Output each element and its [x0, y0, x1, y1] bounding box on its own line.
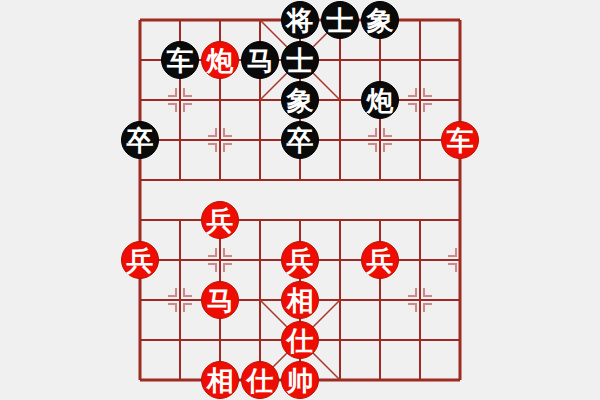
point-c0-r4[interactable] — [120, 160, 160, 200]
point-c2-r7[interactable]: 马 — [200, 280, 240, 320]
point-c8-r4[interactable] — [440, 160, 480, 200]
black-general[interactable]: 将 — [281, 1, 319, 39]
black-advisor[interactable]: 士 — [321, 1, 359, 39]
point-c7-r0[interactable] — [400, 0, 440, 40]
point-c8-r2[interactable] — [440, 80, 480, 120]
point-c1-r8[interactable] — [160, 320, 200, 360]
point-c3-r1[interactable]: 马 — [240, 40, 280, 80]
point-c5-r5[interactable] — [320, 200, 360, 240]
point-c7-r8[interactable] — [400, 320, 440, 360]
red-elephant[interactable]: 相 — [201, 361, 239, 399]
point-c6-r3[interactable] — [360, 120, 400, 160]
point-c4-r9[interactable]: 帅 — [280, 360, 320, 400]
black-cannon[interactable]: 炮 — [361, 81, 399, 119]
point-c5-r4[interactable] — [320, 160, 360, 200]
point-c7-r6[interactable] — [400, 240, 440, 280]
black-elephant[interactable]: 象 — [281, 81, 319, 119]
point-c1-r6[interactable] — [160, 240, 200, 280]
black-elephant[interactable]: 象 — [361, 1, 399, 39]
point-c6-r1[interactable] — [360, 40, 400, 80]
point-c8-r5[interactable] — [440, 200, 480, 240]
point-c4-r0[interactable]: 将 — [280, 0, 320, 40]
point-c5-r8[interactable] — [320, 320, 360, 360]
red-elephant[interactable]: 相 — [281, 281, 319, 319]
point-c8-r0[interactable] — [440, 0, 480, 40]
point-c4-r2[interactable]: 象 — [280, 80, 320, 120]
point-c1-r0[interactable] — [160, 0, 200, 40]
point-c8-r9[interactable] — [440, 360, 480, 400]
point-c4-r8[interactable]: 仕 — [280, 320, 320, 360]
point-c7-r9[interactable] — [400, 360, 440, 400]
point-c7-r4[interactable] — [400, 160, 440, 200]
point-c2-r3[interactable] — [200, 120, 240, 160]
point-c0-r7[interactable] — [120, 280, 160, 320]
point-c0-r1[interactable] — [120, 40, 160, 80]
red-cannon[interactable]: 炮 — [201, 41, 239, 79]
point-c0-r8[interactable] — [120, 320, 160, 360]
point-c8-r3[interactable]: 车 — [440, 120, 480, 160]
red-soldier[interactable]: 兵 — [121, 241, 159, 279]
point-c0-r2[interactable] — [120, 80, 160, 120]
point-c1-r4[interactable] — [160, 160, 200, 200]
red-advisor[interactable]: 仕 — [281, 321, 319, 359]
point-c3-r6[interactable] — [240, 240, 280, 280]
black-horse[interactable]: 马 — [241, 41, 279, 79]
red-soldier[interactable]: 兵 — [201, 201, 239, 239]
point-c5-r3[interactable] — [320, 120, 360, 160]
point-c6-r9[interactable] — [360, 360, 400, 400]
point-c1-r9[interactable] — [160, 360, 200, 400]
point-c8-r1[interactable] — [440, 40, 480, 80]
point-c2-r5[interactable]: 兵 — [200, 200, 240, 240]
point-c3-r2[interactable] — [240, 80, 280, 120]
red-soldier[interactable]: 兵 — [281, 241, 319, 279]
red-chariot[interactable]: 车 — [441, 121, 479, 159]
point-c8-r7[interactable] — [440, 280, 480, 320]
point-c5-r9[interactable] — [320, 360, 360, 400]
point-c2-r4[interactable] — [200, 160, 240, 200]
point-c7-r1[interactable] — [400, 40, 440, 80]
xiangqi-app: 将士象车炮马士象炮卒卒车兵兵兵兵马相仕相仕帅 — [0, 0, 600, 400]
point-c3-r8[interactable] — [240, 320, 280, 360]
point-c1-r1[interactable]: 车 — [160, 40, 200, 80]
point-c0-r0[interactable] — [120, 0, 160, 40]
point-c8-r8[interactable] — [440, 320, 480, 360]
point-c4-r5[interactable] — [280, 200, 320, 240]
point-c3-r3[interactable] — [240, 120, 280, 160]
point-c2-r8[interactable] — [200, 320, 240, 360]
point-c6-r2[interactable]: 炮 — [360, 80, 400, 120]
point-c5-r6[interactable] — [320, 240, 360, 280]
red-soldier[interactable]: 兵 — [361, 241, 399, 279]
point-c1-r5[interactable] — [160, 200, 200, 240]
point-c5-r0[interactable]: 士 — [320, 0, 360, 40]
point-c1-r7[interactable] — [160, 280, 200, 320]
point-c2-r6[interactable] — [200, 240, 240, 280]
point-c2-r1[interactable]: 炮 — [200, 40, 240, 80]
point-c4-r3[interactable]: 卒 — [280, 120, 320, 160]
point-c4-r6[interactable]: 兵 — [280, 240, 320, 280]
point-c6-r4[interactable] — [360, 160, 400, 200]
point-c8-r6[interactable] — [440, 240, 480, 280]
point-c7-r5[interactable] — [400, 200, 440, 240]
point-c1-r2[interactable] — [160, 80, 200, 120]
xiangqi-board: 将士象车炮马士象炮卒卒车兵兵兵兵马相仕相仕帅 — [120, 0, 480, 400]
point-c0-r5[interactable] — [120, 200, 160, 240]
black-advisor[interactable]: 士 — [281, 41, 319, 79]
point-c3-r5[interactable] — [240, 200, 280, 240]
point-c3-r7[interactable] — [240, 280, 280, 320]
point-c3-r4[interactable] — [240, 160, 280, 200]
point-c3-r0[interactable] — [240, 0, 280, 40]
point-c6-r5[interactable] — [360, 200, 400, 240]
point-c0-r9[interactable] — [120, 360, 160, 400]
point-c6-r7[interactable] — [360, 280, 400, 320]
point-c4-r7[interactable]: 相 — [280, 280, 320, 320]
black-soldier[interactable]: 卒 — [121, 121, 159, 159]
red-advisor[interactable]: 仕 — [241, 361, 279, 399]
point-c7-r7[interactable] — [400, 280, 440, 320]
point-c1-r3[interactable] — [160, 120, 200, 160]
point-c6-r0[interactable]: 象 — [360, 0, 400, 40]
black-soldier[interactable]: 卒 — [281, 121, 319, 159]
point-c7-r2[interactable] — [400, 80, 440, 120]
point-c0-r3[interactable]: 卒 — [120, 120, 160, 160]
point-c5-r1[interactable] — [320, 40, 360, 80]
point-c5-r7[interactable] — [320, 280, 360, 320]
point-c4-r4[interactable] — [280, 160, 320, 200]
point-c0-r6[interactable]: 兵 — [120, 240, 160, 280]
point-c5-r2[interactable] — [320, 80, 360, 120]
black-chariot[interactable]: 车 — [161, 41, 199, 79]
point-c7-r3[interactable] — [400, 120, 440, 160]
red-horse[interactable]: 马 — [201, 281, 239, 319]
point-c4-r1[interactable]: 士 — [280, 40, 320, 80]
point-c2-r2[interactable] — [200, 80, 240, 120]
point-c2-r9[interactable]: 相 — [200, 360, 240, 400]
point-c6-r6[interactable]: 兵 — [360, 240, 400, 280]
red-general[interactable]: 帅 — [281, 361, 319, 399]
point-c6-r8[interactable] — [360, 320, 400, 360]
point-c2-r0[interactable] — [200, 0, 240, 40]
point-c3-r9[interactable]: 仕 — [240, 360, 280, 400]
